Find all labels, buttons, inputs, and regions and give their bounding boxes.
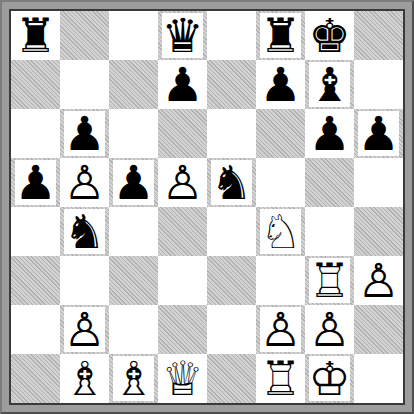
square-f7[interactable]: ♟	[256, 60, 305, 109]
piece-black-king: ♚	[308, 12, 350, 59]
piece-white-pawn: ♙	[64, 307, 105, 352]
square-c3[interactable]	[109, 256, 158, 305]
square-a7[interactable]	[11, 60, 60, 109]
square-b3[interactable]	[60, 256, 109, 305]
piece-black-rook: ♜	[14, 12, 56, 59]
square-g6[interactable]: ♟	[305, 109, 354, 158]
square-f6[interactable]	[256, 109, 305, 158]
piece-white-king: ♔	[309, 356, 350, 401]
piece-black-pawn: ♟	[358, 111, 399, 156]
square-e7[interactable]	[207, 60, 256, 109]
square-g2[interactable]: ♙	[305, 305, 354, 354]
square-d6[interactable]	[158, 109, 207, 158]
square-c6[interactable]	[109, 109, 158, 158]
piece-black-knight: ♞	[211, 160, 252, 205]
piece-black-rook: ♜	[260, 13, 301, 58]
square-f8[interactable]: ♜	[256, 11, 305, 60]
square-c2[interactable]	[109, 305, 158, 354]
square-h2[interactable]	[354, 305, 403, 354]
square-a4[interactable]	[11, 207, 60, 256]
square-f3[interactable]	[256, 256, 305, 305]
square-h3[interactable]: ♙	[354, 256, 403, 305]
square-h7[interactable]	[354, 60, 403, 109]
square-a8[interactable]: ♜	[11, 11, 60, 60]
square-b4[interactable]: ♞	[60, 207, 109, 256]
square-b1[interactable]: ♗	[60, 354, 109, 403]
square-e5[interactable]: ♞	[207, 158, 256, 207]
square-g8[interactable]: ♚	[305, 11, 354, 60]
square-d2[interactable]	[158, 305, 207, 354]
square-a5[interactable]: ♟	[11, 158, 60, 207]
square-g1[interactable]: ♔	[305, 354, 354, 403]
piece-white-rook: ♖	[309, 258, 350, 303]
square-d5[interactable]: ♙	[158, 158, 207, 207]
square-b7[interactable]	[60, 60, 109, 109]
square-h1[interactable]	[354, 354, 403, 403]
square-e2[interactable]	[207, 305, 256, 354]
piece-black-knight: ♞	[64, 209, 105, 254]
piece-white-pawn: ♙	[260, 307, 301, 352]
square-a6[interactable]	[11, 109, 60, 158]
piece-black-pawn: ♟	[161, 61, 203, 108]
square-a2[interactable]	[11, 305, 60, 354]
square-b5[interactable]: ♙	[60, 158, 109, 207]
piece-black-pawn: ♟	[308, 110, 350, 157]
square-f1[interactable]: ♖	[256, 354, 305, 403]
piece-black-pawn: ♟	[113, 160, 154, 205]
square-g3[interactable]: ♖	[305, 256, 354, 305]
square-a1[interactable]	[11, 354, 60, 403]
square-d4[interactable]	[158, 207, 207, 256]
square-e4[interactable]	[207, 207, 256, 256]
square-b8[interactable]	[60, 11, 109, 60]
piece-white-pawn: ♙	[357, 257, 399, 304]
piece-black-bishop: ♝	[309, 62, 350, 107]
square-a3[interactable]	[11, 256, 60, 305]
square-g4[interactable]	[305, 207, 354, 256]
square-c4[interactable]	[109, 207, 158, 256]
square-f4[interactable]: ♘	[256, 207, 305, 256]
square-c8[interactable]	[109, 11, 158, 60]
square-b2[interactable]: ♙	[60, 305, 109, 354]
square-c7[interactable]	[109, 60, 158, 109]
square-c1[interactable]: ♗	[109, 354, 158, 403]
square-g7[interactable]: ♝	[305, 60, 354, 109]
piece-white-pawn: ♙	[63, 159, 105, 206]
piece-white-knight: ♘	[260, 209, 301, 254]
piece-white-queen: ♕	[161, 355, 203, 402]
square-h8[interactable]	[354, 11, 403, 60]
square-d7[interactable]: ♟	[158, 60, 207, 109]
square-h5[interactable]	[354, 158, 403, 207]
piece-black-pawn: ♟	[15, 160, 56, 205]
piece-white-rook: ♖	[259, 355, 301, 402]
square-e8[interactable]	[207, 11, 256, 60]
square-h6[interactable]: ♟	[354, 109, 403, 158]
piece-white-pawn: ♙	[161, 159, 203, 206]
piece-black-pawn: ♟	[64, 111, 105, 156]
piece-white-bishop: ♗	[63, 355, 105, 402]
piece-white-pawn: ♙	[308, 306, 350, 353]
board-frame: ♜♛♜♚♟♟♝♟♟♟♟♙♟♙♞♞♘♖♙♙♙♙♗♗♕♖♔	[0, 0, 414, 414]
chess-board: ♜♛♜♚♟♟♝♟♟♟♟♙♟♙♞♞♘♖♙♙♙♙♗♗♕♖♔	[9, 9, 405, 405]
square-f5[interactable]	[256, 158, 305, 207]
square-d1[interactable]: ♕	[158, 354, 207, 403]
square-d3[interactable]	[158, 256, 207, 305]
square-g5[interactable]	[305, 158, 354, 207]
square-e3[interactable]	[207, 256, 256, 305]
square-e6[interactable]	[207, 109, 256, 158]
piece-black-pawn: ♟	[259, 61, 301, 108]
square-c5[interactable]: ♟	[109, 158, 158, 207]
piece-white-bishop: ♗	[113, 356, 154, 401]
square-d8[interactable]: ♛	[158, 11, 207, 60]
piece-black-queen: ♛	[162, 13, 203, 58]
square-b6[interactable]: ♟	[60, 109, 109, 158]
square-f2[interactable]: ♙	[256, 305, 305, 354]
square-h4[interactable]	[354, 207, 403, 256]
square-e1[interactable]	[207, 354, 256, 403]
